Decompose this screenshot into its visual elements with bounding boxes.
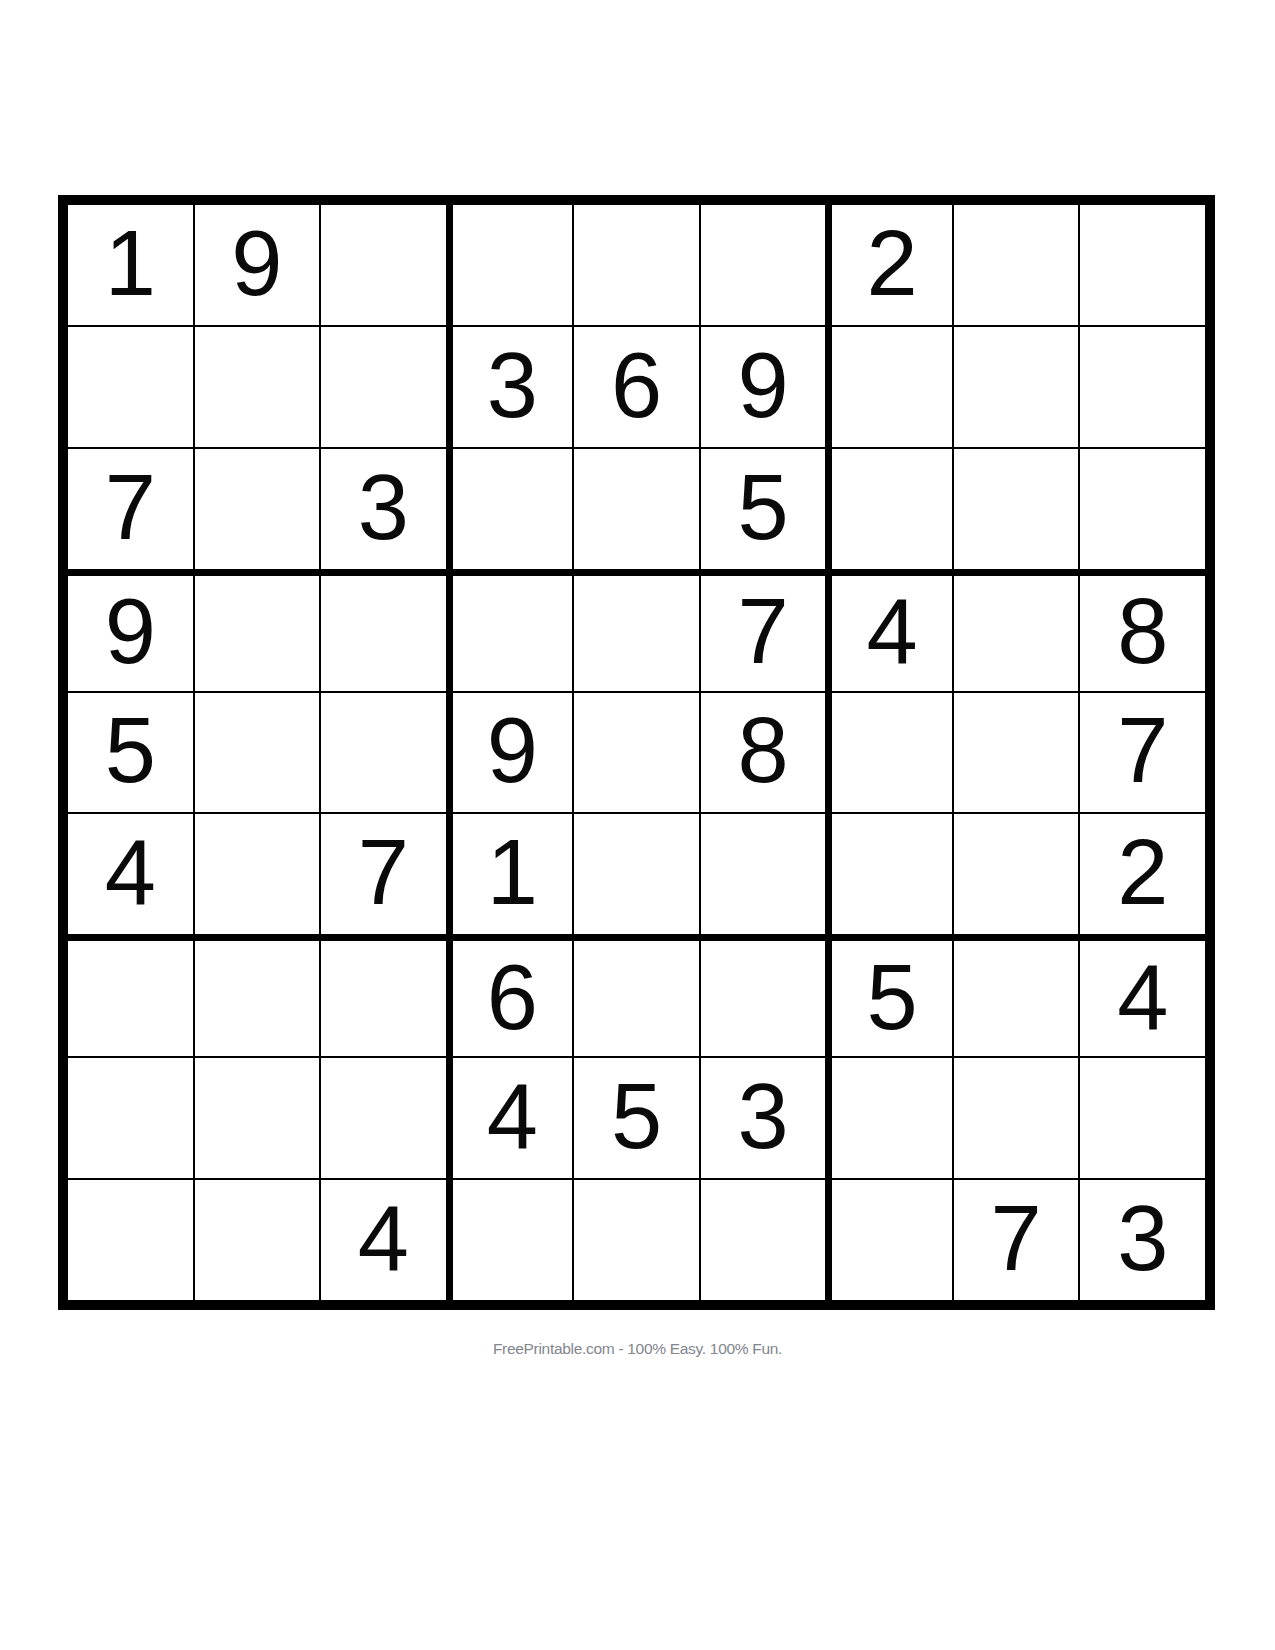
cell-r7c9: 4 [1079,935,1206,1057]
given-digit: 3 [358,461,409,553]
cell-r4c9: 8 [1079,570,1206,692]
cell-r7c3 [320,935,447,1057]
given-digit: 6 [611,339,662,431]
given-digit: 2 [1117,826,1168,918]
cell-r5c9: 7 [1079,692,1206,814]
cell-r5c7 [826,692,953,814]
given-digit: 6 [487,951,538,1043]
cell-r3c1: 7 [67,448,194,570]
given-digit: 2 [867,217,918,309]
cell-r1c6 [700,204,827,326]
cell-r6c1: 4 [67,813,194,935]
cell-r9c6 [700,1179,827,1301]
cell-r6c9: 2 [1079,813,1206,935]
cell-r7c2 [194,935,321,1057]
cell-r3c5 [573,448,700,570]
cell-r2c3 [320,326,447,448]
cell-r2c8 [953,326,1080,448]
cell-r5c3 [320,692,447,814]
cell-r9c2 [194,1179,321,1301]
cell-r1c7: 2 [826,204,953,326]
cell-r4c6: 7 [700,570,827,692]
given-digit: 4 [867,585,918,677]
given-digit: 9 [231,217,282,309]
cell-r1c9 [1079,204,1206,326]
cell-r2c4: 3 [447,326,574,448]
cell-r2c9 [1079,326,1206,448]
cell-r7c4: 6 [447,935,574,1057]
cell-r3c2 [194,448,321,570]
given-digit: 5 [611,1070,662,1162]
cell-r7c6 [700,935,827,1057]
cell-r7c8 [953,935,1080,1057]
given-digit: 7 [737,585,788,677]
cell-r7c1 [67,935,194,1057]
cell-r8c6: 3 [700,1057,827,1179]
cell-r9c1 [67,1179,194,1301]
sudoku-board: 192369735974859874712654453473 [58,195,1215,1310]
cell-r2c5: 6 [573,326,700,448]
cell-r9c5 [573,1179,700,1301]
cell-r6c4: 1 [447,813,574,935]
given-digit: 5 [105,704,156,796]
cell-r2c1 [67,326,194,448]
given-digit: 9 [487,704,538,796]
cell-r8c2 [194,1057,321,1179]
cell-r2c6: 9 [700,326,827,448]
given-digit: 7 [991,1192,1042,1284]
given-digit: 7 [1117,704,1168,796]
cell-r3c9 [1079,448,1206,570]
cell-r8c4: 4 [447,1057,574,1179]
given-digit: 7 [358,826,409,918]
given-digit: 1 [487,826,538,918]
cell-r8c7 [826,1057,953,1179]
given-digit: 4 [358,1192,409,1284]
cell-r2c2 [194,326,321,448]
cell-r1c2: 9 [194,204,321,326]
cell-r8c5: 5 [573,1057,700,1179]
cell-r7c7: 5 [826,935,953,1057]
given-digit: 5 [737,461,788,553]
cell-r3c7 [826,448,953,570]
cell-r5c6: 8 [700,692,827,814]
cell-r8c3 [320,1057,447,1179]
cell-r1c4 [447,204,574,326]
given-digit: 5 [867,951,918,1043]
cell-r8c9 [1079,1057,1206,1179]
cell-r1c8 [953,204,1080,326]
cell-r2c7 [826,326,953,448]
given-digit: 3 [1117,1192,1168,1284]
cell-r1c3 [320,204,447,326]
given-digit: 8 [1117,585,1168,677]
given-digit: 8 [737,704,788,796]
given-digit: 3 [487,339,538,431]
cell-r7c5 [573,935,700,1057]
cell-r4c5 [573,570,700,692]
cell-r9c3: 4 [320,1179,447,1301]
cell-r4c3 [320,570,447,692]
cell-r8c1 [67,1057,194,1179]
cell-r5c1: 5 [67,692,194,814]
cell-r4c1: 9 [67,570,194,692]
cell-r1c1: 1 [67,204,194,326]
cell-r3c6: 5 [700,448,827,570]
cell-r9c8: 7 [953,1179,1080,1301]
given-digit: 9 [737,339,788,431]
cell-r5c2 [194,692,321,814]
footer-credit: FreePrintable.com - 100% Easy. 100% Fun. [0,1340,1275,1358]
cell-r4c8 [953,570,1080,692]
given-digit: 1 [105,217,156,309]
cell-r9c7 [826,1179,953,1301]
cell-r9c9: 3 [1079,1179,1206,1301]
cell-r3c4 [447,448,574,570]
cell-r6c6 [700,813,827,935]
cell-r6c5 [573,813,700,935]
cell-r4c4 [447,570,574,692]
given-digit: 4 [105,826,156,918]
cell-r5c5 [573,692,700,814]
given-digit: 7 [105,461,156,553]
cell-r6c8 [953,813,1080,935]
given-digit: 4 [1117,951,1168,1043]
cell-r4c2 [194,570,321,692]
given-digit: 4 [487,1070,538,1162]
cell-r8c8 [953,1057,1080,1179]
cell-r4c7: 4 [826,570,953,692]
cell-r1c5 [573,204,700,326]
given-digit: 9 [105,585,156,677]
cell-r6c7 [826,813,953,935]
printable-sudoku-page: 192369735974859874712654453473 FreePrint… [0,0,1275,1650]
cell-r9c4 [447,1179,574,1301]
cell-r5c4: 9 [447,692,574,814]
cell-r3c3: 3 [320,448,447,570]
cell-r6c2 [194,813,321,935]
given-digit: 3 [737,1070,788,1162]
cell-r3c8 [953,448,1080,570]
cell-r6c3: 7 [320,813,447,935]
cell-r5c8 [953,692,1080,814]
